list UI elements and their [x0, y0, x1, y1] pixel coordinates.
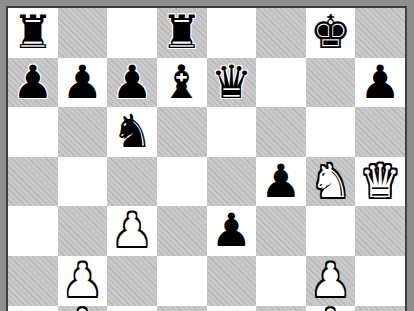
square-b5[interactable] [58, 157, 108, 207]
square-h6[interactable] [355, 107, 405, 157]
square-a5[interactable] [8, 157, 58, 207]
piece-black-pawn-b7: ♟ [58, 58, 108, 108]
square-b6[interactable] [58, 107, 108, 157]
piece-black-pawn-e4: ♟ [207, 206, 257, 256]
square-b8[interactable] [58, 8, 108, 58]
square-b2[interactable]: ♝ [58, 306, 108, 311]
square-h2[interactable] [355, 306, 405, 311]
square-c8[interactable] [107, 8, 157, 58]
square-f4[interactable] [256, 206, 306, 256]
square-g2[interactable]: ♝ [306, 306, 356, 311]
square-e7[interactable]: ♛ [207, 58, 257, 108]
square-f3[interactable] [256, 256, 306, 306]
square-d4[interactable] [157, 206, 207, 256]
piece-white-bishop-b2: ♝ [58, 302, 108, 311]
chess-board: ♜♜♚♟♟♟♝♛♟♞♟♞♛♟♟♟♟♝♝ [8, 8, 405, 311]
square-h3[interactable] [355, 256, 405, 306]
square-d6[interactable] [157, 107, 207, 157]
piece-black-queen-e7: ♛ [207, 58, 257, 108]
square-f2[interactable] [256, 306, 306, 311]
square-d7[interactable]: ♝ [157, 58, 207, 108]
square-e4[interactable]: ♟ [207, 206, 257, 256]
square-a4[interactable] [8, 206, 58, 256]
square-e6[interactable] [207, 107, 257, 157]
piece-white-queen-h5: ♛ [355, 157, 405, 207]
square-d5[interactable] [157, 157, 207, 207]
piece-black-rook-d8: ♜ [157, 8, 207, 58]
square-h8[interactable] [355, 8, 405, 58]
square-f8[interactable] [256, 8, 306, 58]
square-f7[interactable] [256, 58, 306, 108]
piece-black-king-g8: ♚ [306, 8, 356, 58]
square-c3[interactable] [107, 256, 157, 306]
square-h4[interactable] [355, 206, 405, 256]
square-c2[interactable] [107, 306, 157, 311]
piece-white-bishop-g2: ♝ [306, 302, 356, 311]
square-a8[interactable]: ♜ [8, 8, 58, 58]
piece-black-pawn-f5: ♟ [256, 157, 306, 207]
square-a6[interactable] [8, 107, 58, 157]
piece-white-knight-g5: ♞ [306, 157, 356, 207]
square-g8[interactable]: ♚ [306, 8, 356, 58]
square-c4[interactable]: ♟ [107, 206, 157, 256]
square-c6[interactable]: ♞ [107, 107, 157, 157]
square-g5[interactable]: ♞ [306, 157, 356, 207]
square-g7[interactable] [306, 58, 356, 108]
square-e2[interactable] [207, 306, 257, 311]
square-g6[interactable] [306, 107, 356, 157]
square-d3[interactable] [157, 256, 207, 306]
square-e8[interactable] [207, 8, 257, 58]
piece-black-knight-c6: ♞ [107, 107, 157, 157]
piece-black-pawn-c7: ♟ [107, 58, 157, 108]
square-a3[interactable] [8, 256, 58, 306]
square-f6[interactable] [256, 107, 306, 157]
piece-black-bishop-d7: ♝ [157, 58, 207, 108]
square-g4[interactable] [306, 206, 356, 256]
square-a7[interactable]: ♟ [8, 58, 58, 108]
square-h5[interactable]: ♛ [355, 157, 405, 207]
piece-black-pawn-h7: ♟ [355, 58, 405, 108]
piece-white-pawn-c4: ♟ [107, 206, 157, 256]
piece-black-pawn-a7: ♟ [8, 58, 58, 108]
square-b7[interactable]: ♟ [58, 58, 108, 108]
board-frame: ♜♜♚♟♟♟♝♛♟♞♟♞♛♟♟♟♟♝♝ [6, 6, 407, 311]
chess-diagram: ♜♜♚♟♟♟♝♛♟♞♟♞♛♟♟♟♟♝♝ [0, 0, 414, 311]
square-b4[interactable] [58, 206, 108, 256]
square-c7[interactable]: ♟ [107, 58, 157, 108]
square-a2[interactable] [8, 306, 58, 311]
square-c5[interactable] [107, 157, 157, 207]
square-e5[interactable] [207, 157, 257, 207]
square-d8[interactable]: ♜ [157, 8, 207, 58]
square-d2[interactable] [157, 306, 207, 311]
square-h7[interactable]: ♟ [355, 58, 405, 108]
piece-black-rook-a8: ♜ [8, 8, 58, 58]
square-f5[interactable]: ♟ [256, 157, 306, 207]
square-e3[interactable] [207, 256, 257, 306]
